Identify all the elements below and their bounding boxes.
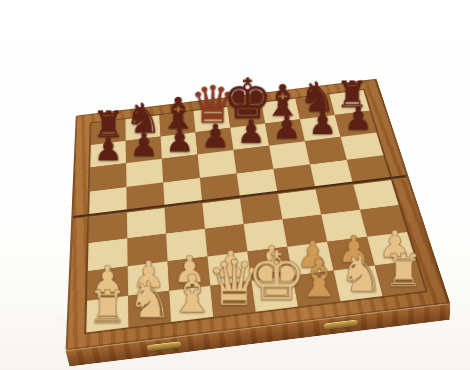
piece-dark-pawn: ♟ (201, 121, 230, 151)
square-a1: ♜ (86, 296, 128, 333)
square-g6 (305, 137, 347, 165)
folding-chess-board-box: ♜♞♝♛♚♝♞♜♟♟♟♟♟♟♟♟♟♟♟♟♟♟♟♟♜♞♝♛♚♝♞♜ (66, 79, 451, 351)
piece-dark-pawn: ♟ (237, 117, 266, 147)
piece-light-knight: ♞ (127, 277, 172, 323)
square-g1: ♞ (334, 266, 383, 302)
piece-dark-pawn: ♟ (94, 135, 123, 165)
piece-light-rook: ♜ (87, 287, 127, 328)
piece-dark-pawn: ♟ (129, 130, 158, 160)
square-c1: ♝ (169, 286, 213, 322)
square-b7: ♟ (126, 136, 162, 163)
square-a6 (90, 163, 127, 191)
piece-dark-pawn: ♟ (308, 108, 337, 138)
piece-dark-pawn: ♟ (165, 126, 194, 156)
piece-dark-pawn: ♟ (344, 104, 373, 134)
square-d6 (198, 150, 237, 178)
brass-clasp-left (147, 341, 182, 351)
piece-light-rook: ♜ (383, 251, 423, 292)
square-e6 (233, 146, 273, 174)
square-b1: ♞ (128, 291, 171, 327)
square-b6 (126, 159, 163, 187)
square-c6 (162, 154, 200, 182)
chess-set-photo: ♜♞♝♛♚♝♞♜♟♟♟♟♟♟♟♟♟♟♟♟♟♟♟♟♜♞♝♛♚♝♞♜ (0, 0, 470, 370)
scene: ♜♞♝♛♚♝♞♜♟♟♟♟♟♟♟♟♟♟♟♟♟♟♟♟♜♞♝♛♚♝♞♜ (0, 0, 470, 370)
piece-light-bishop: ♝ (295, 254, 342, 302)
square-e1: ♚ (251, 276, 298, 312)
square-f1: ♝ (293, 271, 341, 307)
piece-light-knight: ♞ (339, 251, 384, 297)
brass-clasp-right (324, 320, 358, 330)
piece-light-bishop: ♝ (168, 269, 215, 317)
piece-dark-pawn: ♟ (272, 113, 301, 143)
